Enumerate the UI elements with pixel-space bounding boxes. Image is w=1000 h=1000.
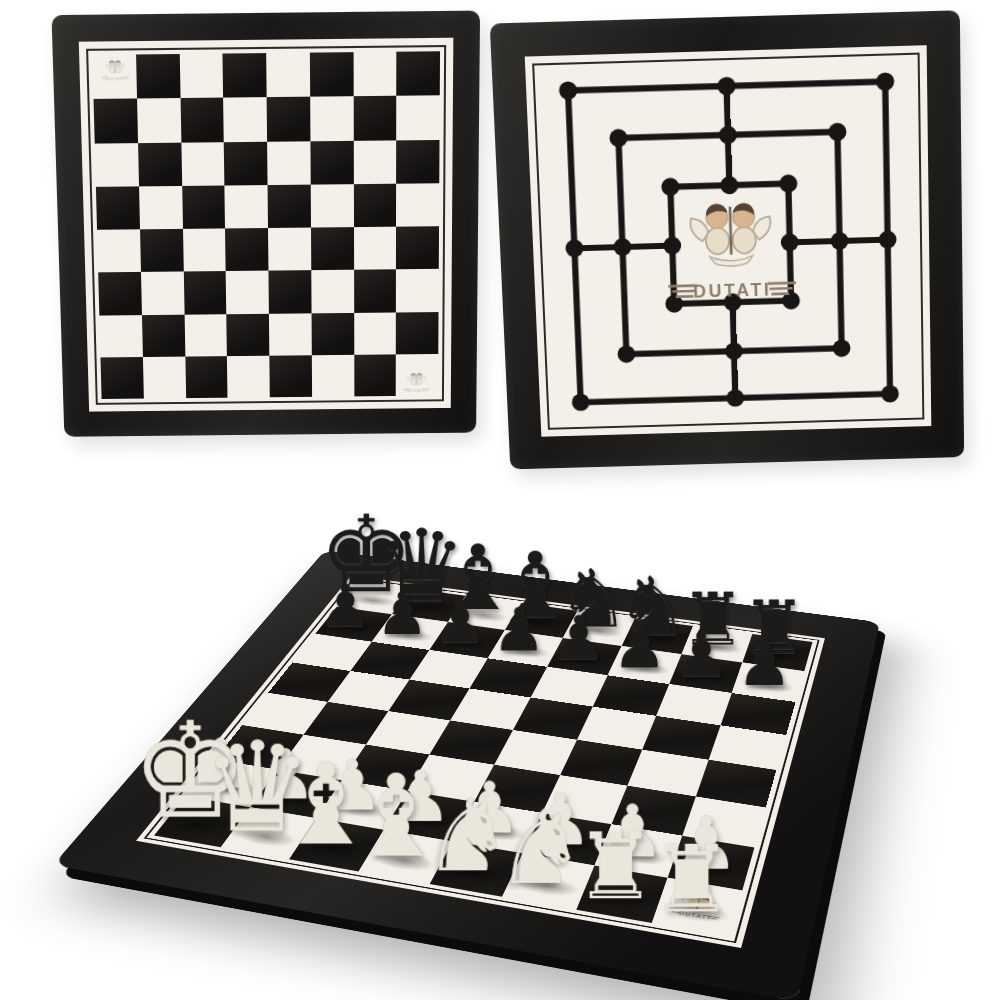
- checkers-square: [396, 312, 438, 355]
- mill-point: [830, 232, 848, 250]
- checkers-square: [396, 183, 439, 227]
- white-rook[interactable]: ♜: [650, 833, 733, 925]
- brand-text: DUTATI: [679, 910, 712, 921]
- chess-square[interactable]: ♜: [682, 626, 753, 663]
- piece-shadow: [660, 896, 733, 926]
- chess-square[interactable]: [542, 775, 627, 824]
- chess-square[interactable]: ♟: [547, 638, 621, 675]
- checkers-square: [183, 228, 226, 271]
- chess-square[interactable]: ♟: [315, 607, 392, 642]
- chess-square[interactable]: [278, 735, 366, 781]
- black-pawn[interactable]: ♟: [737, 633, 792, 695]
- checkers-board: DUTATI DUTATI: [51, 11, 480, 437]
- mill-point: [881, 385, 899, 403]
- checkers-square: [136, 54, 180, 99]
- white-king[interactable]: ♚: [131, 705, 249, 837]
- chess-square[interactable]: [242, 693, 327, 735]
- black-pawn[interactable]: ♟: [319, 577, 371, 635]
- mill-point: [572, 393, 590, 411]
- piece-shadow: [569, 622, 626, 640]
- piece-shadow: [628, 630, 685, 648]
- chess-square[interactable]: [342, 745, 429, 791]
- chess-square[interactable]: ♜: [742, 634, 812, 671]
- checkers-square: [269, 313, 312, 356]
- checkers-square: [95, 143, 139, 187]
- mill-point: [559, 81, 578, 100]
- checkers-square: [354, 227, 397, 270]
- chess-square[interactable]: ♝: [448, 596, 521, 630]
- chess-square[interactable]: [474, 765, 560, 813]
- checkers-square: [267, 97, 311, 141]
- chess-square[interactable]: ♟: [608, 646, 682, 684]
- white-knight[interactable]: ♞: [495, 797, 586, 899]
- checkers-square: [139, 186, 183, 230]
- checkers-square: [396, 226, 439, 269]
- dutati-angels-icon: DUTATI: [661, 888, 733, 926]
- checkers-square: [353, 96, 396, 140]
- chess-square[interactable]: ♟: [523, 813, 612, 866]
- chess-board: ♚♛♝♝♞♞♜♜♟♟♟♟♟♟♟♟♟♟♟♟♟♟♟♟♚♛♝♝♞♞♜DUTATI♜: [53, 550, 880, 1000]
- piece-shadow: [688, 638, 745, 656]
- checkers-square: [267, 141, 310, 185]
- checkers-square: [396, 269, 439, 312]
- checkers-square: [225, 228, 268, 271]
- dutati-corner-logo: DUTATI: [399, 370, 435, 395]
- checkers-square: [354, 312, 396, 355]
- mill-point: [833, 339, 851, 357]
- black-pawn[interactable]: ♟: [434, 592, 487, 651]
- black-pawn[interactable]: ♟: [492, 600, 546, 660]
- checkers-square: [310, 52, 354, 97]
- dutati-angels-icon: [690, 202, 772, 267]
- checkers-square: [225, 185, 268, 229]
- mill-point: [565, 239, 583, 257]
- checkers-square: [99, 315, 142, 358]
- chess-square[interactable]: ♟: [732, 663, 804, 702]
- chess-square[interactable]: ♟: [384, 791, 474, 842]
- chess-square[interactable]: [560, 740, 642, 786]
- chess-square[interactable]: [268, 662, 350, 701]
- chess-square[interactable]: [450, 688, 531, 730]
- mill-point: [720, 176, 738, 194]
- nine-mens-morris-board: DUTATI: [490, 10, 964, 469]
- mill-point: [617, 345, 635, 363]
- chess-square[interactable]: [409, 650, 487, 688]
- chess-square[interactable]: ♜: [576, 865, 667, 923]
- mill-point: [781, 233, 799, 251]
- piece-shadow: [585, 884, 657, 913]
- white-pawn[interactable]: ♟: [673, 807, 738, 880]
- piece-shadow: [399, 599, 455, 616]
- chess-grid: ♚♛♝♝♞♞♜♜♟♟♟♟♟♟♟♟♟♟♟♟♟♟♟♟♚♛♝♝♞♞♜DUTATI♜: [154, 581, 812, 937]
- chess-square[interactable]: ♛: [221, 807, 317, 859]
- chess-square[interactable]: ♚: [337, 581, 411, 614]
- checkers-square: [179, 54, 223, 99]
- piece-shadow: [512, 614, 568, 632]
- chess-square[interactable]: [328, 671, 410, 711]
- piece-shadow: [437, 634, 495, 652]
- dutati-corner-logo: DUTATI: [96, 57, 133, 84]
- checkers-square: [180, 98, 224, 142]
- white-bishop[interactable]: ♝: [345, 760, 447, 874]
- chess-square[interactable]: ♟: [595, 824, 683, 878]
- piece-shadow: [455, 607, 511, 624]
- checkers-square: [183, 271, 226, 314]
- chess-square[interactable]: [709, 725, 787, 770]
- brand-text: DUTATI: [106, 76, 124, 81]
- chess-square[interactable]: [407, 755, 494, 802]
- piece-shadow: [323, 618, 380, 636]
- mill-point: [726, 389, 744, 407]
- checkers-square: [181, 142, 225, 186]
- checkers-square: [100, 357, 143, 399]
- black-bishop[interactable]: ♝: [438, 534, 519, 624]
- checkers-square: [311, 270, 354, 313]
- chess-square[interactable]: [304, 702, 389, 745]
- checkers-square: [142, 314, 185, 357]
- mill-surface: DUTATI: [525, 45, 932, 437]
- checkers-square: [312, 355, 354, 397]
- checkers-square: [310, 140, 353, 184]
- chess-square[interactable]: ♚: [154, 796, 250, 847]
- chess-square[interactable]: [682, 796, 765, 847]
- checkers-square: [354, 270, 397, 313]
- white-pawn[interactable]: ♟: [190, 730, 251, 798]
- checkers-surface: DUTATI DUTATI: [79, 38, 454, 412]
- black-knight[interactable]: ♞: [557, 559, 629, 639]
- mill-point: [719, 126, 737, 145]
- mill-pinstripe-frame: DUTATI: [532, 53, 924, 430]
- piece-shadow: [368, 847, 439, 874]
- mill-point: [661, 178, 679, 196]
- piece-shadow: [299, 835, 370, 862]
- mill-diagram: DUTATI: [538, 59, 918, 424]
- chess-square[interactable]: ♞: [430, 841, 523, 896]
- dutati-angels-icon: DUTATI: [399, 370, 435, 395]
- mill-point: [879, 231, 897, 249]
- checkers-square: [223, 53, 267, 98]
- checkers-square: [97, 229, 141, 272]
- checkers-square: [311, 227, 354, 270]
- piece-shadow: [554, 650, 612, 669]
- chess-square[interactable]: [470, 658, 548, 697]
- chess-square[interactable]: ♞: [622, 618, 693, 654]
- chess-square[interactable]: [612, 786, 696, 836]
- chess-square[interactable]: ♟: [669, 654, 742, 693]
- checkers-square: [140, 229, 184, 272]
- checkers-square: [354, 354, 396, 396]
- piece-shadow: [344, 592, 400, 609]
- white-rook[interactable]: ♜: [575, 821, 657, 912]
- mill-point: [828, 123, 846, 142]
- checkers-square: [227, 313, 270, 356]
- chess-square[interactable]: ♟: [429, 622, 505, 658]
- checkers-square: [227, 355, 270, 397]
- chess-square[interactable]: ♞: [563, 611, 635, 646]
- white-pawn[interactable]: ♟: [255, 740, 317, 809]
- checkers-square: [226, 271, 269, 314]
- black-pawn[interactable]: ♟: [612, 616, 667, 677]
- piece-shadow: [511, 871, 583, 900]
- checkers-square: [98, 272, 142, 315]
- piece-shadow: [602, 841, 672, 868]
- black-rook[interactable]: ♜: [741, 591, 807, 664]
- chess-square[interactable]: [721, 693, 796, 735]
- checkers-square: [396, 139, 439, 183]
- chess-square[interactable]: ♟: [316, 780, 407, 830]
- checkers-square: [143, 356, 186, 398]
- chess-square[interactable]: ♟: [250, 770, 342, 819]
- brand-text: DUTATI: [408, 388, 425, 393]
- black-king[interactable]: ♚: [319, 502, 414, 608]
- checkers-square: [268, 184, 311, 228]
- chess-square[interactable]: [513, 697, 593, 739]
- white-pawn[interactable]: ♟: [389, 762, 452, 832]
- chess-square[interactable]: ♝: [359, 830, 453, 884]
- checkers-square: [268, 270, 311, 313]
- chess-square[interactable]: ♝: [289, 818, 384, 871]
- black-knight[interactable]: ♞: [616, 566, 689, 647]
- dutati-angels-icon: DUTATI: [96, 57, 133, 84]
- black-queen[interactable]: ♛: [377, 516, 467, 616]
- chess-square[interactable]: [350, 642, 429, 680]
- white-knight[interactable]: ♞: [423, 785, 513, 886]
- piece-shadow: [531, 830, 600, 857]
- piece-shadow: [379, 626, 437, 644]
- chess-square[interactable]: ♟: [372, 614, 448, 650]
- chess-square[interactable]: ♟: [488, 630, 563, 667]
- mill-point: [717, 77, 736, 96]
- chess-square[interactable]: [656, 684, 732, 725]
- checkers-square: [269, 355, 311, 397]
- chess-square[interactable]: [531, 667, 608, 707]
- chess-square[interactable]: [366, 711, 450, 754]
- piece-shadow: [393, 807, 462, 833]
- chess-square[interactable]: [292, 634, 371, 671]
- checkers-pinstripe-frame: DUTATI DUTATI: [86, 45, 446, 405]
- white-pawn[interactable]: ♟: [458, 773, 522, 844]
- white-pawn[interactable]: ♟: [528, 784, 592, 856]
- chess-square[interactable]: ♝: [505, 603, 578, 638]
- chess-square[interactable]: [642, 716, 720, 760]
- piece-shadow: [676, 667, 735, 687]
- black-bishop[interactable]: ♝: [495, 541, 576, 632]
- black-pawn[interactable]: ♟: [552, 608, 606, 668]
- piece-shadow: [165, 812, 235, 838]
- piece-shadow: [461, 818, 530, 844]
- mill-point: [613, 238, 631, 256]
- checkers-square: [138, 142, 182, 186]
- checkers-square: [353, 140, 396, 184]
- checkers-square: [353, 183, 396, 227]
- chess-square[interactable]: [696, 760, 776, 808]
- mill-point: [876, 72, 894, 91]
- white-bishop[interactable]: ♝: [276, 749, 377, 861]
- checkers-square: [185, 356, 228, 398]
- piece-shadow: [738, 675, 797, 695]
- checkers-square: [266, 53, 310, 98]
- piece-shadow: [675, 853, 745, 881]
- chess-square[interactable]: [577, 707, 656, 750]
- checkers-grid: [92, 51, 440, 399]
- piece-shadow: [326, 796, 394, 821]
- checkers-square: [94, 99, 138, 143]
- black-pawn[interactable]: ♟: [376, 585, 429, 644]
- chess-square[interactable]: ♟: [668, 836, 755, 891]
- piece-shadow: [195, 775, 263, 799]
- checkers-square: [96, 186, 140, 230]
- piece-shadow: [231, 824, 301, 850]
- mill-center-brand-text: DUTATI: [693, 279, 772, 301]
- black-pawn[interactable]: ♟: [674, 624, 729, 685]
- piece-shadow: [614, 658, 673, 677]
- chess-square[interactable]: [429, 720, 513, 764]
- chess-square[interactable]: ♞: [502, 853, 594, 909]
- chess-square[interactable]: ♛: [392, 588, 466, 622]
- chess-square[interactable]: [593, 675, 669, 715]
- piece-shadow: [439, 859, 511, 887]
- dutati-corner-logo: DUTATI: [656, 880, 738, 934]
- checkers-square: [268, 228, 311, 271]
- mill-point: [609, 129, 628, 148]
- checkers-square: [184, 314, 227, 357]
- checkers-square: [137, 98, 181, 142]
- chess-square[interactable]: [627, 750, 708, 797]
- piece-shadow: [748, 646, 805, 665]
- mill-point: [779, 174, 797, 192]
- checkers-square: [311, 312, 354, 355]
- checkers-square: [310, 96, 353, 140]
- chess-square[interactable]: [494, 730, 577, 775]
- chess-square[interactable]: [388, 680, 469, 721]
- checkers-square: [310, 184, 353, 228]
- piece-shadow: [495, 642, 553, 661]
- white-pawn[interactable]: ♟: [321, 751, 383, 820]
- mill-point: [725, 342, 743, 360]
- checkers-square: [223, 97, 267, 141]
- white-pawn[interactable]: ♟: [600, 795, 665, 867]
- checkers-square: [396, 51, 440, 96]
- mill-point: [663, 237, 681, 255]
- chess-board-margin: ♚♛♝♝♞♞♜♜♟♟♟♟♟♟♟♟♟♟♟♟♟♟♟♟♚♛♝♝♞♞♜DUTATI♜: [136, 575, 825, 948]
- chess-square[interactable]: [215, 725, 304, 770]
- black-rook[interactable]: ♜: [680, 583, 745, 656]
- checkers-square: [182, 185, 226, 229]
- checkers-square: [224, 141, 268, 185]
- chess-square[interactable]: ♟: [453, 802, 542, 854]
- white-queen[interactable]: ♛: [202, 725, 314, 850]
- chess-square[interactable]: DUTATI♜: [652, 878, 742, 937]
- piece-shadow: [260, 785, 328, 810]
- checkers-square: [396, 96, 439, 140]
- checkers-square: [141, 272, 184, 315]
- checkers-square: [353, 52, 396, 97]
- chess-square[interactable]: ♟: [185, 759, 277, 807]
